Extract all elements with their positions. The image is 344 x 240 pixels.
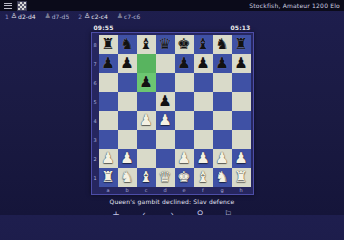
piece-black-pawn[interactable]: ♟ [215,54,228,73]
square-h7[interactable]: ♟ [232,54,251,73]
square-f3[interactable] [194,130,213,149]
rank-label-1: 1 [92,168,99,187]
file-label-h: h [232,187,251,194]
clock-right: 05:13 [230,24,250,31]
square-c8[interactable]: ♝ [137,35,156,54]
flag-icon[interactable]: ⚐ [224,209,232,215]
opponent-label: Stockfish, Amateur 1200 Elo [249,2,340,9]
square-a1[interactable]: ♜ [99,168,118,187]
piece-black-pawn[interactable]: ♟ [120,54,133,73]
square-e8[interactable]: ♚ [175,35,194,54]
square-g2[interactable]: ♟ [213,149,232,168]
square-c7[interactable] [137,54,156,73]
piece-white-pawn[interactable]: ♟ [234,149,247,168]
piece-white-pawn[interactable]: ♟ [120,149,133,168]
square-f6[interactable] [194,73,213,92]
piece-white-bishop[interactable]: ♝ [196,168,209,187]
piece-black-king[interactable]: ♚ [177,35,190,54]
square-g8[interactable]: ♞ [213,35,232,54]
piece-white-queen[interactable]: ♛ [158,168,171,187]
rank-labels: 87654321 [92,35,99,187]
move-entry-4[interactable]: ♟c7-c6 [117,13,141,20]
square-b7[interactable]: ♟ [118,54,137,73]
piece-black-rook[interactable]: ♜ [234,35,247,54]
piece-black-pawn[interactable]: ♟ [177,54,190,73]
rank-label-8: 8 [92,35,99,54]
rank-label-4: 4 [92,111,99,130]
square-f4[interactable] [194,111,213,130]
square-g7[interactable]: ♟ [213,54,232,73]
square-h6[interactable] [232,73,251,92]
move-entry-3[interactable]: 2♙c2-c4 [78,13,108,20]
square-c6[interactable]: ♟ [137,73,156,92]
rank-label-5: 5 [92,92,99,111]
piece-white-pawn[interactable]: ♟ [101,149,114,168]
board-app-icon[interactable] [17,1,27,11]
controls-bar: +‹›⚲⚐ [0,209,344,215]
piece-white-knight[interactable]: ♞ [120,168,133,187]
square-b2[interactable]: ♟ [118,149,137,168]
square-c5[interactable] [137,92,156,111]
file-label-f: f [194,187,213,194]
hint-icon[interactable]: ⚲ [196,209,204,215]
rank-label-6: 6 [92,73,99,92]
rank-label-2: 2 [92,149,99,168]
square-b6[interactable] [118,73,137,92]
square-e3[interactable] [175,130,194,149]
square-e1[interactable]: ♚ [175,168,194,187]
file-label-c: c [137,187,156,194]
square-c3[interactable] [137,130,156,149]
piece-black-knight[interactable]: ♞ [120,35,133,54]
square-g4[interactable] [213,111,232,130]
piece-black-queen[interactable]: ♛ [158,35,171,54]
menu-icon[interactable] [4,3,12,9]
clocks-row: 09:55 05:13 [91,22,254,32]
piece-black-knight[interactable]: ♞ [215,35,228,54]
rank-label-7: 7 [92,54,99,73]
piece-black-bishop[interactable]: ♝ [196,35,209,54]
square-f7[interactable]: ♟ [194,54,213,73]
square-b4[interactable] [118,111,137,130]
add-icon[interactable]: + [112,209,120,215]
square-d3[interactable] [156,130,175,149]
square-f5[interactable] [194,92,213,111]
square-d1[interactable]: ♛ [156,168,175,187]
square-e7[interactable]: ♟ [175,54,194,73]
piece-white-pawn[interactable]: ♟ [177,149,190,168]
square-a4[interactable] [99,111,118,130]
square-d4[interactable]: ♟ [156,111,175,130]
square-e6[interactable] [175,73,194,92]
square-d5[interactable]: ♟ [156,92,175,111]
file-label-e: e [175,187,194,194]
rank-label-3: 3 [92,130,99,149]
square-h5[interactable] [232,92,251,111]
piece-black-bishop[interactable]: ♝ [139,35,152,54]
piece-white-pawn[interactable]: ♟ [139,111,152,130]
square-a3[interactable] [99,130,118,149]
piece-black-rook[interactable]: ♜ [101,35,114,54]
square-g3[interactable] [213,130,232,149]
file-label-a: a [99,187,118,194]
square-h1[interactable]: ♜ [232,168,251,187]
file-label-g: g [213,187,232,194]
square-c4[interactable]: ♟ [137,111,156,130]
file-labels: abcdefgh [99,187,251,194]
file-label-b: b [118,187,137,194]
square-e5[interactable] [175,92,194,111]
square-d7[interactable] [156,54,175,73]
square-d2[interactable] [156,149,175,168]
square-c1[interactable]: ♝ [137,168,156,187]
piece-black-pawn[interactable]: ♟ [139,73,152,92]
square-d6[interactable] [156,73,175,92]
board-grid: ♜♞♝♛♚♝♞♜♟♟♟♟♟♟♟♟♟♟♟♟♟♟♟♟♜♞♝♛♚♝♞♜ [99,35,251,187]
piece-white-rook[interactable]: ♜ [101,168,114,187]
piece-black-pawn[interactable]: ♟ [158,92,171,111]
piece-white-rook[interactable]: ♜ [234,168,247,187]
square-b8[interactable]: ♞ [118,35,137,54]
piece-white-pawn[interactable]: ♟ [158,111,171,130]
square-g6[interactable] [213,73,232,92]
piece-white-pawn[interactable]: ♟ [215,149,228,168]
piece-black-pawn[interactable]: ♟ [101,54,114,73]
square-f2[interactable]: ♟ [194,149,213,168]
back-icon[interactable]: ‹ [140,209,148,215]
square-a7[interactable]: ♟ [99,54,118,73]
forward-icon[interactable]: › [168,209,176,215]
square-h4[interactable] [232,111,251,130]
square-b5[interactable] [118,92,137,111]
file-label-d: d [156,187,175,194]
square-f1[interactable]: ♝ [194,168,213,187]
square-d8[interactable]: ♛ [156,35,175,54]
piece-white-king[interactable]: ♚ [177,168,190,187]
square-e2[interactable]: ♟ [175,149,194,168]
square-f8[interactable]: ♝ [194,35,213,54]
square-a2[interactable]: ♟ [99,149,118,168]
square-g1[interactable]: ♞ [213,168,232,187]
square-b3[interactable] [118,130,137,149]
board-area: 09:55 05:13 87654321 ♜♞♝♛♚♝♞♜♟♟♟♟♟♟♟♟♟♟♟… [91,22,254,195]
clock-left: 09:55 [94,24,114,31]
move-entry-2[interactable]: ♟d7-d5 [45,13,70,20]
piece-white-bishop[interactable]: ♝ [139,168,152,187]
piece-white-knight[interactable]: ♞ [215,168,228,187]
square-e4[interactable] [175,111,194,130]
board-frame: 87654321 ♜♞♝♛♚♝♞♜♟♟♟♟♟♟♟♟♟♟♟♟♟♟♟♟♜♞♝♛♚♝♞… [91,32,254,195]
square-h3[interactable] [232,130,251,149]
piece-white-pawn[interactable]: ♟ [196,149,209,168]
piece-black-pawn[interactable]: ♟ [196,54,209,73]
top-bar: Stockfish, Amateur 1200 Elo [0,0,344,11]
move-list-bar: 1♙d2-d4♟d7-d52♙c2-c4♟c7-c6 [0,11,344,22]
square-c2[interactable] [137,149,156,168]
piece-black-pawn[interactable]: ♟ [234,54,247,73]
square-a6[interactable] [99,73,118,92]
square-a5[interactable] [99,92,118,111]
square-h2[interactable]: ♟ [232,149,251,168]
square-b1[interactable]: ♞ [118,168,137,187]
square-a8[interactable]: ♜ [99,35,118,54]
square-h8[interactable]: ♜ [232,35,251,54]
square-g5[interactable] [213,92,232,111]
move-entry-1[interactable]: 1♙d2-d4 [5,13,36,20]
opening-caption: Queen's gambit declined: Slav defence [0,198,344,205]
